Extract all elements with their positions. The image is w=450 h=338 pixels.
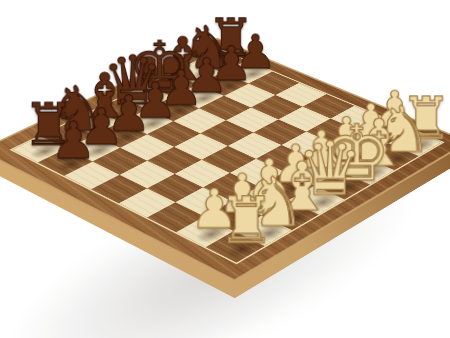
- photo-stage: ♜♞♝♛♚♝♞♜♟♟♟♟♟♟♟♟♟♟♟♟♟♟♟♟♜♞♝♛♚♝♞♜: [0, 0, 450, 338]
- black-pawn-a7[interactable]: ♟: [23, 115, 125, 166]
- square-a1[interactable]: ♜: [206, 231, 265, 262]
- white-rook-a1[interactable]: ♜: [192, 188, 302, 252]
- board-scene: ♜♞♝♛♚♝♞♜♟♟♟♟♟♟♟♟♟♟♟♟♟♟♟♟♜♞♝♛♚♝♞♜: [0, 0, 450, 338]
